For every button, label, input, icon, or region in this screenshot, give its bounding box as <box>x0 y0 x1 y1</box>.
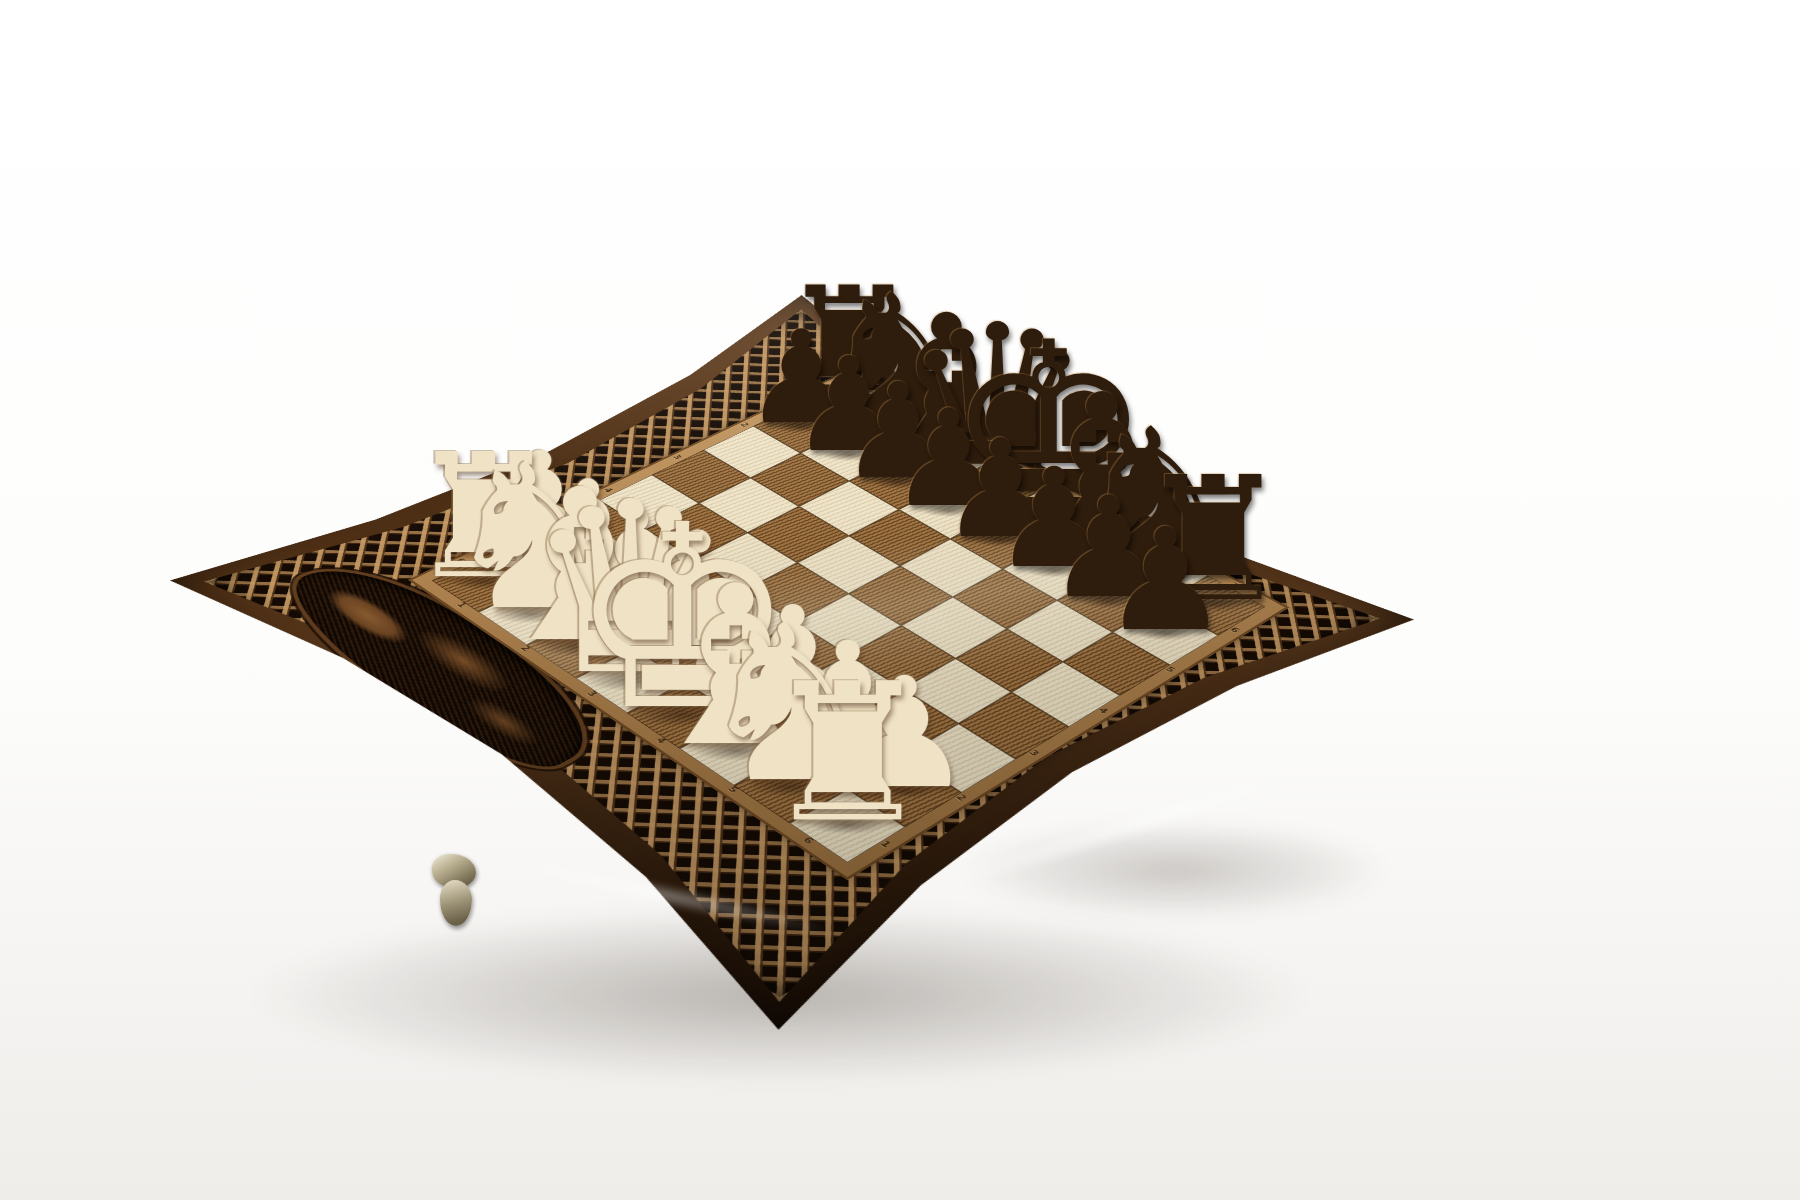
trim-point-number: 3 <box>585 690 599 698</box>
trim-point-number: 6 <box>801 836 816 845</box>
trim-point-number: 1 <box>455 601 469 609</box>
photo-stage: 111122223333444455556666 ♜♞♝♛♚♝♞♜♟♟♟♟♟♟♟… <box>0 0 1800 1200</box>
checkerboard-frame: 111122223333444455556666 <box>412 371 1285 877</box>
metal-clasp <box>424 854 486 930</box>
trim-point-number: 2 <box>519 645 533 653</box>
trim-point-number: 1 <box>1228 581 1241 588</box>
trim-point-number: 4 <box>654 736 668 745</box>
trim-point-number: 5 <box>726 785 740 794</box>
board: 111122223333444455556666 <box>170 295 1414 1030</box>
metal-clasp-lower <box>440 880 472 926</box>
trim-point-number: 6 <box>882 393 894 399</box>
trim-point-number: 3 <box>1082 502 1094 509</box>
checkerboard <box>432 380 1266 863</box>
trim-point-number: 2 <box>1153 541 1166 548</box>
trim-point-number: 4 <box>1013 464 1025 471</box>
trim-point-number: 5 <box>946 428 958 434</box>
scene: 111122223333444455556666 <box>0 0 1800 1200</box>
